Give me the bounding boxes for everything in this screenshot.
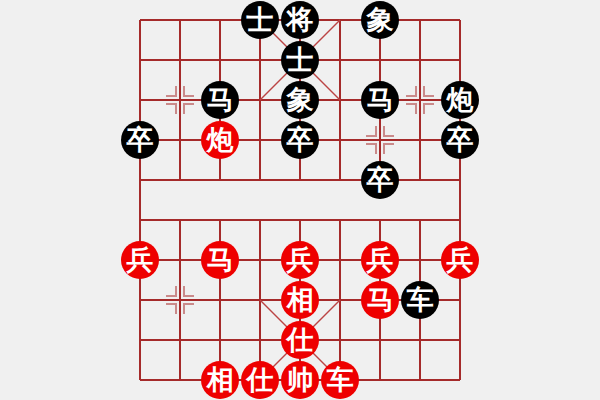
piece-red-elephant[interactable]: 相 xyxy=(201,361,239,399)
piece-red-advisor[interactable]: 仕 xyxy=(281,321,319,359)
piece-red-advisor[interactable]: 仕 xyxy=(241,361,279,399)
piece-red-general[interactable]: 帅 xyxy=(281,361,319,399)
piece-black-soldier[interactable]: 卒 xyxy=(361,161,399,199)
piece-black-cannon[interactable]: 炮 xyxy=(441,81,479,119)
piece-black-general[interactable]: 将 xyxy=(281,1,319,39)
piece-black-soldier[interactable]: 卒 xyxy=(121,121,159,159)
piece-black-advisor[interactable]: 士 xyxy=(281,41,319,79)
piece-red-horse[interactable]: 马 xyxy=(201,241,239,279)
piece-black-soldier[interactable]: 卒 xyxy=(281,121,319,159)
piece-red-soldier[interactable]: 兵 xyxy=(121,241,159,279)
piece-black-elephant[interactable]: 象 xyxy=(281,81,319,119)
piece-red-chariot[interactable]: 车 xyxy=(321,361,359,399)
piece-red-soldier[interactable]: 兵 xyxy=(441,241,479,279)
xiangqi-app: 士将象士马象马炮卒炮卒卒卒兵马兵兵兵相马车仕相仕帅车 xyxy=(0,0,600,400)
piece-black-horse[interactable]: 马 xyxy=(201,81,239,119)
piece-black-soldier[interactable]: 卒 xyxy=(441,121,479,159)
xiangqi-board-grid[interactable]: 士将象士马象马炮卒炮卒卒卒兵马兵兵兵相马车仕相仕帅车 xyxy=(120,0,480,400)
piece-black-advisor[interactable]: 士 xyxy=(241,1,279,39)
piece-black-chariot[interactable]: 车 xyxy=(401,281,439,319)
piece-red-soldier[interactable]: 兵 xyxy=(281,241,319,279)
piece-red-soldier[interactable]: 兵 xyxy=(361,241,399,279)
piece-red-elephant[interactable]: 相 xyxy=(281,281,319,319)
piece-red-horse[interactable]: 马 xyxy=(361,281,399,319)
piece-black-horse[interactable]: 马 xyxy=(361,81,399,119)
piece-black-elephant[interactable]: 象 xyxy=(361,1,399,39)
piece-red-cannon[interactable]: 炮 xyxy=(201,121,239,159)
